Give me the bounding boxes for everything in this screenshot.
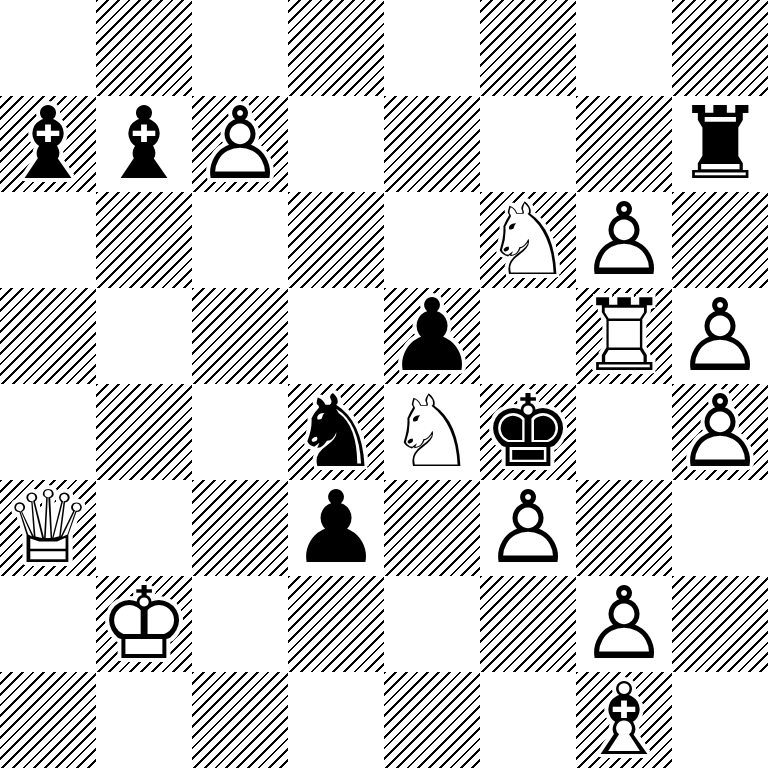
square-e6[interactable] — [384, 192, 480, 288]
black-rook-icon: ♜ — [672, 96, 768, 192]
square-e7[interactable] — [384, 96, 480, 192]
black-pawn-icon: ♟ — [384, 288, 480, 384]
square-b6[interactable] — [96, 192, 192, 288]
square-g5[interactable]: ♜♖ — [576, 288, 672, 384]
piece-halo: ♟ — [288, 480, 384, 576]
square-d2[interactable] — [288, 576, 384, 672]
white-knight-icon: ♘ — [384, 384, 480, 480]
piece-halo: ♜ — [576, 288, 672, 384]
square-h3[interactable] — [672, 480, 768, 576]
square-f2[interactable] — [480, 576, 576, 672]
square-a6[interactable] — [0, 192, 96, 288]
piece-halo: ♞ — [480, 192, 576, 288]
white-knight-icon: ♘ — [480, 192, 576, 288]
piece-halo: ♜ — [672, 96, 768, 192]
square-a1[interactable] — [0, 672, 96, 768]
black-bishop-icon: ♝ — [0, 96, 96, 192]
square-d1[interactable] — [288, 672, 384, 768]
white-queen-icon: ♕ — [0, 480, 96, 576]
square-f4[interactable]: ♚♚ — [480, 384, 576, 480]
white-pawn-icon: ♙ — [576, 576, 672, 672]
piece-halo: ♚ — [96, 576, 192, 672]
piece-halo: ♝ — [0, 96, 96, 192]
square-c5[interactable] — [192, 288, 288, 384]
piece-halo: ♞ — [288, 384, 384, 480]
piece-halo: ♟ — [384, 288, 480, 384]
square-d7[interactable] — [288, 96, 384, 192]
square-a8[interactable] — [0, 0, 96, 96]
square-a2[interactable] — [0, 576, 96, 672]
black-pawn-icon: ♟ — [288, 480, 384, 576]
square-g6[interactable]: ♟♙ — [576, 192, 672, 288]
square-h5[interactable]: ♟♙ — [672, 288, 768, 384]
piece-halo: ♟ — [480, 480, 576, 576]
piece-halo: ♟ — [576, 192, 672, 288]
square-b1[interactable] — [96, 672, 192, 768]
square-c7[interactable]: ♟♙ — [192, 96, 288, 192]
square-d5[interactable] — [288, 288, 384, 384]
white-pawn-icon: ♙ — [672, 288, 768, 384]
square-f8[interactable] — [480, 0, 576, 96]
square-f5[interactable] — [480, 288, 576, 384]
white-bishop-icon: ♗ — [576, 672, 672, 768]
square-d3[interactable]: ♟♟ — [288, 480, 384, 576]
piece-halo: ♟ — [192, 96, 288, 192]
chess-board: ♝♝♝♝♟♙♜♜♞♘♟♙♟♟♜♖♟♙♞♞♞♘♚♚♟♙♛♕♟♟♟♙♚♔♟♙♝♗ — [0, 0, 768, 768]
square-b8[interactable] — [96, 0, 192, 96]
square-c4[interactable] — [192, 384, 288, 480]
square-h6[interactable] — [672, 192, 768, 288]
white-pawn-icon: ♙ — [672, 384, 768, 480]
square-h1[interactable] — [672, 672, 768, 768]
square-d6[interactable] — [288, 192, 384, 288]
square-d8[interactable] — [288, 0, 384, 96]
square-h2[interactable] — [672, 576, 768, 672]
black-knight-icon: ♞ — [288, 384, 384, 480]
piece-halo: ♝ — [96, 96, 192, 192]
square-g8[interactable] — [576, 0, 672, 96]
square-f1[interactable] — [480, 672, 576, 768]
piece-halo: ♞ — [384, 384, 480, 480]
piece-halo: ♟ — [672, 384, 768, 480]
square-b3[interactable] — [96, 480, 192, 576]
square-h4[interactable]: ♟♙ — [672, 384, 768, 480]
piece-halo: ♝ — [576, 672, 672, 768]
square-f7[interactable] — [480, 96, 576, 192]
square-b7[interactable]: ♝♝ — [96, 96, 192, 192]
square-e4[interactable]: ♞♘ — [384, 384, 480, 480]
square-g3[interactable] — [576, 480, 672, 576]
square-c6[interactable] — [192, 192, 288, 288]
white-king-icon: ♔ — [96, 576, 192, 672]
square-d4[interactable]: ♞♞ — [288, 384, 384, 480]
square-b5[interactable] — [96, 288, 192, 384]
square-e3[interactable] — [384, 480, 480, 576]
square-h8[interactable] — [672, 0, 768, 96]
white-pawn-icon: ♙ — [576, 192, 672, 288]
piece-halo: ♟ — [672, 288, 768, 384]
square-g1[interactable]: ♝♗ — [576, 672, 672, 768]
square-b4[interactable] — [96, 384, 192, 480]
square-a4[interactable] — [0, 384, 96, 480]
square-a5[interactable] — [0, 288, 96, 384]
square-g2[interactable]: ♟♙ — [576, 576, 672, 672]
piece-halo: ♛ — [0, 480, 96, 576]
white-rook-icon: ♖ — [576, 288, 672, 384]
square-f3[interactable]: ♟♙ — [480, 480, 576, 576]
square-a3[interactable]: ♛♕ — [0, 480, 96, 576]
square-e5[interactable]: ♟♟ — [384, 288, 480, 384]
square-e2[interactable] — [384, 576, 480, 672]
piece-halo: ♟ — [576, 576, 672, 672]
square-g4[interactable] — [576, 384, 672, 480]
black-bishop-icon: ♝ — [96, 96, 192, 192]
square-c2[interactable] — [192, 576, 288, 672]
square-e8[interactable] — [384, 0, 480, 96]
square-c8[interactable] — [192, 0, 288, 96]
square-a7[interactable]: ♝♝ — [0, 96, 96, 192]
white-pawn-icon: ♙ — [192, 96, 288, 192]
square-h7[interactable]: ♜♜ — [672, 96, 768, 192]
square-c3[interactable] — [192, 480, 288, 576]
square-b2[interactable]: ♚♔ — [96, 576, 192, 672]
square-g7[interactable] — [576, 96, 672, 192]
square-c1[interactable] — [192, 672, 288, 768]
piece-halo: ♚ — [480, 384, 576, 480]
white-pawn-icon: ♙ — [480, 480, 576, 576]
black-king-icon: ♚ — [480, 384, 576, 480]
square-f6[interactable]: ♞♘ — [480, 192, 576, 288]
square-e1[interactable] — [384, 672, 480, 768]
